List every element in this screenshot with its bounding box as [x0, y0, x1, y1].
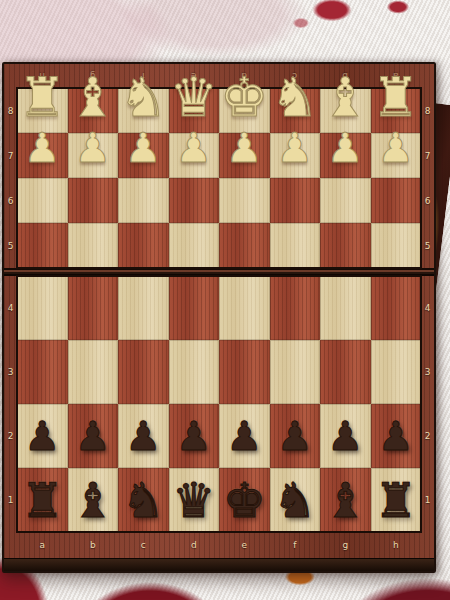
- squares-grid-bottom: ♟♟♟♟♟♟♟♟♜♝♞♛♚♞♝♜: [17, 276, 421, 532]
- square-c6[interactable]: [118, 178, 169, 223]
- square-e4[interactable]: [219, 276, 270, 340]
- square-f1[interactable]: ♞: [270, 468, 321, 532]
- square-e6[interactable]: [219, 178, 270, 223]
- piece-white-bishop-b8[interactable]: ♝: [69, 71, 117, 125]
- square-b3[interactable]: [68, 340, 119, 404]
- piece-black-pawn-c2[interactable]: ♟: [125, 416, 161, 456]
- piece-white-pawn-c7[interactable]: ♟: [125, 128, 162, 169]
- squares-grid-top: ♜♝♞♛♚♞♝♜♟♟♟♟♟♟♟♟: [17, 88, 421, 268]
- piece-white-queen-d8[interactable]: ♛: [170, 71, 218, 125]
- piece-white-pawn-b7[interactable]: ♟: [74, 128, 111, 169]
- piece-white-knight-c8[interactable]: ♞: [119, 71, 167, 125]
- piece-black-bishop-b1[interactable]: ♝: [71, 476, 114, 524]
- rank-label-8: 8: [421, 88, 434, 133]
- file-label-b: b: [68, 540, 119, 550]
- piece-black-pawn-h2[interactable]: ♟: [378, 416, 414, 456]
- square-a1[interactable]: ♜: [17, 468, 68, 532]
- square-d6[interactable]: [169, 178, 220, 223]
- piece-black-pawn-b2[interactable]: ♟: [75, 416, 111, 456]
- piece-white-pawn-h7[interactable]: ♟: [377, 128, 414, 169]
- square-c2[interactable]: ♟: [118, 404, 169, 468]
- square-h3[interactable]: [371, 340, 422, 404]
- square-d5[interactable]: [169, 223, 220, 268]
- square-g6[interactable]: [320, 178, 371, 223]
- piece-white-pawn-a7[interactable]: ♟: [24, 128, 61, 169]
- square-f7[interactable]: ♟: [270, 133, 321, 178]
- square-e3[interactable]: [219, 340, 270, 404]
- square-g3[interactable]: [320, 340, 371, 404]
- rank-label-1: 1: [421, 468, 434, 532]
- square-f5[interactable]: [270, 223, 321, 268]
- rank-label-2: 2: [4, 404, 17, 468]
- piece-black-rook-h1[interactable]: ♜: [374, 476, 417, 524]
- square-h5[interactable]: [371, 223, 422, 268]
- rank-label-5: 5: [421, 223, 434, 268]
- square-c5[interactable]: [118, 223, 169, 268]
- piece-black-pawn-e2[interactable]: ♟: [226, 416, 262, 456]
- square-g1[interactable]: ♝: [320, 468, 371, 532]
- square-e2[interactable]: ♟: [219, 404, 270, 468]
- rank-label-1: 1: [4, 468, 17, 532]
- board-bottom-half: 4321 ♟♟♟♟♟♟♟♟♜♝♞♛♚♞♝♜ 4321: [4, 276, 434, 532]
- piece-white-rook-h8[interactable]: ♜: [372, 71, 420, 125]
- file-label-h: h: [371, 540, 422, 550]
- piece-black-pawn-g2[interactable]: ♟: [327, 416, 363, 456]
- square-d2[interactable]: ♟: [169, 404, 220, 468]
- square-b5[interactable]: [68, 223, 119, 268]
- square-b6[interactable]: [68, 178, 119, 223]
- chess-board: abcdefgh 8765 ♜♝♞♛♚♞♝♜♟♟♟♟♟♟♟♟ 8765 4321…: [2, 62, 436, 573]
- square-h7[interactable]: ♟: [371, 133, 422, 178]
- square-c3[interactable]: [118, 340, 169, 404]
- square-f3[interactable]: [270, 340, 321, 404]
- square-e5[interactable]: [219, 223, 270, 268]
- board-fold-seam: [4, 268, 434, 276]
- square-f4[interactable]: [270, 276, 321, 340]
- rank-labels-bottom-right: 4321: [421, 276, 434, 532]
- piece-white-pawn-e7[interactable]: ♟: [226, 128, 263, 169]
- square-b7[interactable]: ♟: [68, 133, 119, 178]
- square-c1[interactable]: ♞: [118, 468, 169, 532]
- rank-label-3: 3: [4, 340, 17, 404]
- square-h6[interactable]: [371, 178, 422, 223]
- square-f2[interactable]: ♟: [270, 404, 321, 468]
- rank-label-3: 3: [421, 340, 434, 404]
- rank-label-6: 6: [421, 178, 434, 223]
- square-a4[interactable]: [17, 276, 68, 340]
- file-label-c: c: [118, 540, 169, 550]
- photo-scene: Chess abcdefgh 8765 ♜♝♞♛♚♞♝♜♟♟♟♟♟♟♟♟ 876…: [0, 0, 450, 600]
- square-e1[interactable]: ♚: [219, 468, 270, 532]
- square-d1[interactable]: ♛: [169, 468, 220, 532]
- piece-white-rook-a8[interactable]: ♜: [18, 71, 66, 125]
- piece-black-pawn-d2[interactable]: ♟: [176, 416, 212, 456]
- square-d4[interactable]: [169, 276, 220, 340]
- square-g2[interactable]: ♟: [320, 404, 371, 468]
- piece-white-bishop-g8[interactable]: ♝: [321, 71, 369, 125]
- piece-white-pawn-d7[interactable]: ♟: [175, 128, 212, 169]
- rank-label-6: 6: [4, 178, 17, 223]
- square-a6[interactable]: [17, 178, 68, 223]
- square-b2[interactable]: ♟: [68, 404, 119, 468]
- square-c4[interactable]: [118, 276, 169, 340]
- file-label-f: f: [270, 540, 321, 550]
- file-label-g: g: [320, 540, 371, 550]
- rank-label-5: 5: [4, 223, 17, 268]
- piece-black-bishop-g1[interactable]: ♝: [324, 476, 367, 524]
- rank-labels-top-right: 8765: [421, 88, 434, 268]
- square-g4[interactable]: [320, 276, 371, 340]
- piece-black-queen-d1[interactable]: ♛: [172, 476, 215, 524]
- rank-label-7: 7: [421, 133, 434, 178]
- rank-label-7: 7: [4, 133, 17, 178]
- square-h1[interactable]: ♜: [371, 468, 422, 532]
- board-top-half: 8765 ♜♝♞♛♚♞♝♜♟♟♟♟♟♟♟♟ 8765: [4, 88, 434, 268]
- rank-labels-bottom-left: 4321: [4, 276, 17, 532]
- piece-black-rook-a1[interactable]: ♜: [21, 476, 64, 524]
- square-f6[interactable]: [270, 178, 321, 223]
- square-b1[interactable]: ♝: [68, 468, 119, 532]
- square-a2[interactable]: ♟: [17, 404, 68, 468]
- square-e7[interactable]: ♟: [219, 133, 270, 178]
- rank-label-4: 4: [4, 276, 17, 340]
- piece-black-king-e1[interactable]: ♚: [223, 476, 266, 524]
- rank-label-2: 2: [421, 404, 434, 468]
- piece-white-knight-f8[interactable]: ♞: [271, 71, 319, 125]
- square-h4[interactable]: [371, 276, 422, 340]
- square-c7[interactable]: ♟: [118, 133, 169, 178]
- file-label-d: d: [169, 540, 220, 550]
- rank-label-4: 4: [421, 276, 434, 340]
- square-d7[interactable]: ♟: [169, 133, 220, 178]
- file-labels-bottom: abcdefgh: [4, 532, 434, 558]
- file-label-e: e: [219, 540, 270, 550]
- square-a5[interactable]: [17, 223, 68, 268]
- piece-white-king-e8[interactable]: ♚: [220, 71, 268, 125]
- square-a3[interactable]: [17, 340, 68, 404]
- board-front-edge: [4, 558, 434, 571]
- square-h2[interactable]: ♟: [371, 404, 422, 468]
- piece-white-pawn-g7[interactable]: ♟: [327, 128, 364, 169]
- square-d3[interactable]: [169, 340, 220, 404]
- piece-white-pawn-f7[interactable]: ♟: [276, 128, 313, 169]
- rank-label-8: 8: [4, 88, 17, 133]
- square-g5[interactable]: [320, 223, 371, 268]
- rank-labels-top-left: 8765: [4, 88, 17, 268]
- piece-black-pawn-a2[interactable]: ♟: [24, 416, 60, 456]
- square-b4[interactable]: [68, 276, 119, 340]
- board-bottom-border: abcdefgh: [4, 532, 434, 558]
- piece-black-knight-f1[interactable]: ♞: [273, 476, 316, 524]
- square-a7[interactable]: ♟: [17, 133, 68, 178]
- file-label-a: a: [17, 540, 68, 550]
- piece-black-pawn-f2[interactable]: ♟: [277, 416, 313, 456]
- square-g7[interactable]: ♟: [320, 133, 371, 178]
- piece-black-knight-c1[interactable]: ♞: [122, 476, 165, 524]
